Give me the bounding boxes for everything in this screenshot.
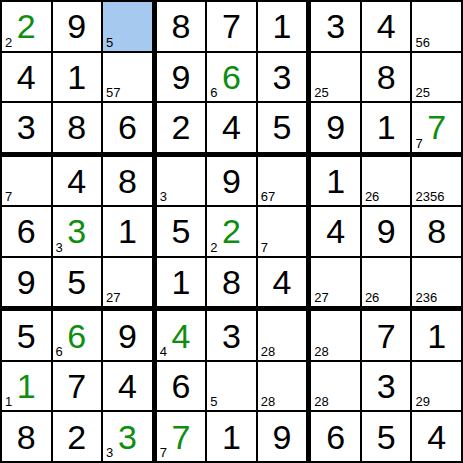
pencil-marks: 56 xyxy=(415,36,429,49)
cell-r5c6[interactable]: 7 xyxy=(258,207,307,256)
given-digit: 9 xyxy=(118,319,137,353)
pencil-marks: 25 xyxy=(415,86,429,99)
cell-r1c7[interactable]: 3 xyxy=(311,2,360,51)
pencil-marks: 57 xyxy=(106,86,120,99)
cell-r9c9[interactable]: 4 xyxy=(412,412,461,461)
cell-r5c1[interactable]: 6 xyxy=(2,207,51,256)
cell-r9c8[interactable]: 5 xyxy=(362,412,411,461)
pencil-marks: 6 xyxy=(210,86,217,99)
cell-r8c7[interactable]: 28 xyxy=(311,362,360,411)
cell-r4c7[interactable]: 1 xyxy=(311,157,360,206)
pencil-marks: 25 xyxy=(314,86,328,99)
solved-digit: 6 xyxy=(222,60,241,94)
solved-digit: 6 xyxy=(67,319,86,353)
cell-r5c3[interactable]: 1 xyxy=(103,207,152,256)
cell-r8c9[interactable]: 29 xyxy=(412,362,461,411)
given-digit: 1 xyxy=(326,164,345,198)
cell-r7c5[interactable]: 3 xyxy=(207,311,256,360)
cell-r5c5[interactable]: 22 xyxy=(207,207,256,256)
given-digit: 3 xyxy=(17,110,36,144)
cell-r2c8[interactable]: 8 xyxy=(362,53,411,102)
cell-r9c5[interactable]: 1 xyxy=(207,412,256,461)
cell-r5c7[interactable]: 4 xyxy=(311,207,360,256)
cell-r6c8[interactable]: 26 xyxy=(362,258,411,307)
pencil-marks: 7 xyxy=(261,241,268,254)
cell-r9c7[interactable]: 6 xyxy=(311,412,360,461)
given-digit: 4 xyxy=(67,164,86,198)
cell-r4c9[interactable]: 2356 xyxy=(412,157,461,206)
cell-r2c7[interactable]: 25 xyxy=(311,53,360,102)
pencil-marks: 28 xyxy=(261,345,275,358)
cell-r7c4[interactable]: 44 xyxy=(157,311,206,360)
given-digit: 8 xyxy=(118,164,137,198)
given-digit: 1 xyxy=(377,110,396,144)
solved-digit: 7 xyxy=(171,420,190,454)
given-digit: 5 xyxy=(377,420,396,454)
pencil-marks: 6 xyxy=(56,345,63,358)
pencil-marks: 3 xyxy=(160,190,167,203)
given-digit: 1 xyxy=(222,420,241,454)
cell-r8c6[interactable]: 28 xyxy=(258,362,307,411)
given-digit: 5 xyxy=(273,110,292,144)
given-digit: 1 xyxy=(427,319,446,353)
pencil-marks: 28 xyxy=(314,345,328,358)
cell-r6c4[interactable]: 1 xyxy=(157,258,206,307)
cell-r8c1[interactable]: 11 xyxy=(2,362,51,411)
cell-r6c9[interactable]: 236 xyxy=(412,258,461,307)
box-2-3: 12623564982726236 xyxy=(311,157,461,307)
cell-r1c4[interactable]: 8 xyxy=(157,2,206,51)
solved-digit: 2 xyxy=(17,9,36,43)
pencil-marks: 1 xyxy=(5,395,12,408)
given-digit: 4 xyxy=(118,369,137,403)
cell-r6c3[interactable]: 27 xyxy=(103,258,152,307)
solved-digit: 3 xyxy=(118,420,137,454)
given-digit: 9 xyxy=(222,164,241,198)
given-digit: 8 xyxy=(377,60,396,94)
solved-digit: 1 xyxy=(17,369,36,403)
cell-r9c6[interactable]: 9 xyxy=(258,412,307,461)
box-3-2: 4432865287719 xyxy=(157,311,307,461)
cell-r8c3[interactable]: 4 xyxy=(103,362,152,411)
cell-r4c8[interactable]: 26 xyxy=(362,157,411,206)
cell-r2c4[interactable]: 9 xyxy=(157,53,206,102)
given-digit: 8 xyxy=(17,420,36,454)
given-digit: 5 xyxy=(17,319,36,353)
box-3-1: 566911748233 xyxy=(2,311,152,461)
cell-r8c5[interactable]: 5 xyxy=(207,362,256,411)
pencil-marks: 5 xyxy=(210,395,217,408)
cell-r5c9[interactable]: 8 xyxy=(412,207,461,256)
cell-r2c1[interactable]: 4 xyxy=(2,53,51,102)
cell-r9c2[interactable]: 2 xyxy=(53,412,102,461)
given-digit: 7 xyxy=(377,319,396,353)
cell-r3c3[interactable]: 6 xyxy=(103,103,152,152)
given-digit: 3 xyxy=(326,9,345,43)
cell-r3c9[interactable]: 77 xyxy=(412,103,461,152)
cell-r6c7[interactable]: 27 xyxy=(311,258,360,307)
given-digit: 8 xyxy=(222,265,241,299)
cell-r4c5[interactable]: 9 xyxy=(207,157,256,206)
cell-r8c4[interactable]: 6 xyxy=(157,362,206,411)
cell-r3c4[interactable]: 2 xyxy=(157,103,206,152)
solved-digit: 7 xyxy=(427,110,446,144)
cell-r9c4[interactable]: 77 xyxy=(157,412,206,461)
cell-r1c3[interactable]: 5 xyxy=(103,2,152,51)
given-digit: 3 xyxy=(222,319,241,353)
pencil-marks: 4 xyxy=(160,345,167,358)
cell-r1c1[interactable]: 22 xyxy=(2,2,51,51)
given-digit: 6 xyxy=(171,369,190,403)
cell-r2c5[interactable]: 66 xyxy=(207,53,256,102)
given-digit: 6 xyxy=(17,214,36,248)
given-digit: 4 xyxy=(326,214,345,248)
pencil-marks: 7 xyxy=(415,137,422,150)
pencil-marks: 2 xyxy=(210,241,217,254)
cell-r3c1[interactable]: 3 xyxy=(2,103,51,152)
given-digit: 9 xyxy=(17,265,36,299)
cell-r7c3[interactable]: 9 xyxy=(103,311,152,360)
given-digit: 4 xyxy=(427,420,446,454)
given-digit: 2 xyxy=(67,420,86,454)
pencil-marks: 27 xyxy=(314,291,328,304)
cell-r3c7[interactable]: 9 xyxy=(311,103,360,152)
given-digit: 9 xyxy=(273,420,292,454)
given-digit: 9 xyxy=(171,60,190,94)
box-2-1: 74863319527 xyxy=(2,157,152,307)
cell-r1c9[interactable]: 56 xyxy=(412,2,461,51)
given-digit: 8 xyxy=(67,110,86,144)
cell-r7c6[interactable]: 28 xyxy=(258,311,307,360)
cell-r5c2[interactable]: 33 xyxy=(53,207,102,256)
cell-r3c5[interactable]: 4 xyxy=(207,103,256,152)
cell-r6c1[interactable]: 9 xyxy=(2,258,51,307)
pencil-marks: 26 xyxy=(365,291,379,304)
pencil-marks: 7 xyxy=(160,446,167,459)
given-digit: 6 xyxy=(118,110,137,144)
cell-r7c2[interactable]: 66 xyxy=(53,311,102,360)
cell-r6c5[interactable]: 8 xyxy=(207,258,256,307)
given-digit: 1 xyxy=(67,60,86,94)
box-2-2: 39675227184 xyxy=(157,157,307,307)
box-1-3: 3456258259177 xyxy=(311,2,461,152)
pencil-marks: 3 xyxy=(106,446,113,459)
cell-r2c3[interactable]: 57 xyxy=(103,53,152,102)
pencil-marks: 2 xyxy=(5,36,12,49)
cell-r9c3[interactable]: 33 xyxy=(103,412,152,461)
solved-digit: 4 xyxy=(171,319,190,353)
pencil-marks: 28 xyxy=(261,395,275,408)
given-digit: 8 xyxy=(171,9,190,43)
given-digit: 9 xyxy=(67,9,86,43)
cell-r3c6[interactable]: 5 xyxy=(258,103,307,152)
cell-r6c6[interactable]: 4 xyxy=(258,258,307,307)
cell-r3c8[interactable]: 1 xyxy=(362,103,411,152)
box-3-3: 287128329654 xyxy=(311,311,461,461)
cell-r4c6[interactable]: 67 xyxy=(258,157,307,206)
given-digit: 6 xyxy=(326,420,345,454)
given-digit: 5 xyxy=(171,214,190,248)
pencil-marks: 236 xyxy=(415,291,437,304)
given-digit: 8 xyxy=(427,214,446,248)
cell-r7c1[interactable]: 5 xyxy=(2,311,51,360)
solved-digit: 2 xyxy=(222,214,241,248)
pencil-marks: 29 xyxy=(415,395,429,408)
given-digit: 7 xyxy=(67,369,86,403)
given-digit: 3 xyxy=(377,369,396,403)
cell-r9c1[interactable]: 8 xyxy=(2,412,51,461)
sudoku-board: 2295415738687196632453456258259177748633… xyxy=(0,0,463,463)
cell-r7c9[interactable]: 1 xyxy=(412,311,461,360)
given-digit: 4 xyxy=(222,110,241,144)
pencil-marks: 67 xyxy=(261,190,275,203)
cell-r4c1[interactable]: 7 xyxy=(2,157,51,206)
pencil-marks: 2356 xyxy=(415,190,444,203)
cell-r4c4[interactable]: 3 xyxy=(157,157,206,206)
cell-r2c9[interactable]: 25 xyxy=(412,53,461,102)
given-digit: 1 xyxy=(273,9,292,43)
cell-r4c2[interactable]: 4 xyxy=(53,157,102,206)
cell-r3c2[interactable]: 8 xyxy=(53,103,102,152)
given-digit: 4 xyxy=(17,60,36,94)
pencil-marks: 28 xyxy=(314,395,328,408)
given-digit: 1 xyxy=(118,214,137,248)
given-digit: 9 xyxy=(377,214,396,248)
given-digit: 4 xyxy=(377,9,396,43)
cell-r2c2[interactable]: 1 xyxy=(53,53,102,102)
pencil-marks: 5 xyxy=(106,36,113,49)
cell-r6c2[interactable]: 5 xyxy=(53,258,102,307)
cell-r5c4[interactable]: 5 xyxy=(157,207,206,256)
cell-r1c6[interactable]: 1 xyxy=(258,2,307,51)
cell-r2c6[interactable]: 3 xyxy=(258,53,307,102)
given-digit: 2 xyxy=(171,110,190,144)
cell-r8c2[interactable]: 7 xyxy=(53,362,102,411)
pencil-marks: 7 xyxy=(5,190,12,203)
given-digit: 1 xyxy=(171,265,190,299)
cell-r7c8[interactable]: 7 xyxy=(362,311,411,360)
cell-r7c7[interactable]: 28 xyxy=(311,311,360,360)
given-digit: 9 xyxy=(326,110,345,144)
box-1-1: 22954157386 xyxy=(2,2,152,152)
given-digit: 7 xyxy=(222,9,241,43)
pencil-marks: 26 xyxy=(365,190,379,203)
cell-r5c8[interactable]: 9 xyxy=(362,207,411,256)
solved-digit: 3 xyxy=(67,214,86,248)
cell-r1c5[interactable]: 7 xyxy=(207,2,256,51)
given-digit: 3 xyxy=(273,60,292,94)
box-1-2: 8719663245 xyxy=(157,2,307,152)
given-digit: 5 xyxy=(67,265,86,299)
pencil-marks: 27 xyxy=(106,291,120,304)
cell-r8c8[interactable]: 3 xyxy=(362,362,411,411)
given-digit: 4 xyxy=(273,265,292,299)
pencil-marks: 3 xyxy=(56,241,63,254)
cell-r4c3[interactable]: 8 xyxy=(103,157,152,206)
cell-r1c8[interactable]: 4 xyxy=(362,2,411,51)
cell-r1c2[interactable]: 9 xyxy=(53,2,102,51)
